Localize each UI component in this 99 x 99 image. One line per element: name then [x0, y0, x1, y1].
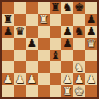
square-e2[interactable]: [50, 73, 62, 85]
black-queen[interactable]: ♛: [15, 26, 25, 37]
square-f6[interactable]: ♟: [61, 26, 73, 38]
square-g1[interactable]: ♚: [73, 85, 85, 97]
square-b1[interactable]: [14, 85, 26, 97]
square-d3[interactable]: [38, 61, 50, 73]
square-a8[interactable]: [2, 2, 14, 14]
square-c3[interactable]: [26, 61, 38, 73]
square-h2[interactable]: ♟: [85, 73, 97, 85]
black-pawn[interactable]: ♟: [86, 14, 96, 25]
square-d5[interactable]: [38, 38, 50, 50]
square-a4[interactable]: [2, 50, 14, 62]
square-f5[interactable]: ♟: [61, 38, 73, 50]
black-pawn[interactable]: ♟: [62, 38, 72, 49]
black-knight[interactable]: ♞: [62, 2, 72, 13]
square-c1[interactable]: [26, 85, 38, 97]
black-rook[interactable]: ♜: [3, 14, 13, 25]
square-h4[interactable]: [85, 50, 97, 62]
square-e4[interactable]: ♝: [50, 50, 62, 62]
square-d6[interactable]: [38, 26, 50, 38]
white-king[interactable]: ♚: [74, 86, 84, 97]
white-rook[interactable]: ♜: [62, 86, 72, 97]
square-b8[interactable]: [14, 2, 26, 14]
square-h1[interactable]: [85, 85, 97, 97]
white-pawn[interactable]: ♟: [86, 74, 96, 85]
square-d1[interactable]: [38, 85, 50, 97]
square-d2[interactable]: [38, 73, 50, 85]
black-knight[interactable]: ♞: [74, 26, 84, 37]
square-c7[interactable]: [26, 14, 38, 26]
square-c2[interactable]: ♟: [26, 73, 38, 85]
white-rook[interactable]: ♜: [39, 14, 49, 25]
square-d4[interactable]: [38, 50, 50, 62]
square-d7[interactable]: ♜: [38, 14, 50, 26]
square-e8[interactable]: ♜: [50, 2, 62, 14]
square-f7[interactable]: [61, 14, 73, 26]
square-c4[interactable]: [26, 50, 38, 62]
square-g6[interactable]: ♞: [73, 26, 85, 38]
square-d8[interactable]: [38, 2, 50, 14]
black-rook[interactable]: ♜: [51, 2, 61, 13]
square-a6[interactable]: ♟: [2, 26, 14, 38]
chess-board: ♜♞♚♜♜♟♟♛♟♞♟♟♟♛♝♞♟♟♟♟♟♟♜♚: [0, 0, 99, 99]
white-knight[interactable]: ♞: [74, 62, 84, 73]
square-c5[interactable]: ♟: [26, 38, 38, 50]
black-pawn[interactable]: ♟: [62, 26, 72, 37]
square-g8[interactable]: ♚: [73, 2, 85, 14]
white-queen[interactable]: ♛: [86, 38, 96, 49]
square-e1[interactable]: [50, 85, 62, 97]
square-f8[interactable]: ♞: [61, 2, 73, 14]
square-g5[interactable]: [73, 38, 85, 50]
square-a1[interactable]: [2, 85, 14, 97]
white-pawn[interactable]: ♟: [27, 74, 37, 85]
square-h7[interactable]: ♟: [85, 14, 97, 26]
square-g7[interactable]: [73, 14, 85, 26]
square-e6[interactable]: [50, 26, 62, 38]
square-h8[interactable]: [85, 2, 97, 14]
square-g2[interactable]: ♟: [73, 73, 85, 85]
white-pawn[interactable]: ♟: [15, 74, 25, 85]
black-king[interactable]: ♚: [74, 2, 84, 13]
square-b4[interactable]: [14, 50, 26, 62]
square-b5[interactable]: [14, 38, 26, 50]
square-c8[interactable]: [26, 2, 38, 14]
square-h3[interactable]: [85, 61, 97, 73]
white-pawn[interactable]: ♟: [3, 74, 13, 85]
square-a2[interactable]: ♟: [2, 73, 14, 85]
square-h6[interactable]: ♟: [85, 26, 97, 38]
square-g4[interactable]: [73, 50, 85, 62]
square-b7[interactable]: [14, 14, 26, 26]
square-e7[interactable]: [50, 14, 62, 26]
black-pawn[interactable]: ♟: [27, 38, 37, 49]
square-f2[interactable]: ♟: [61, 73, 73, 85]
square-f3[interactable]: [61, 61, 73, 73]
square-e3[interactable]: [50, 61, 62, 73]
white-pawn[interactable]: ♟: [74, 74, 84, 85]
black-pawn[interactable]: ♟: [86, 26, 96, 37]
square-a7[interactable]: ♜: [2, 14, 14, 26]
white-pawn[interactable]: ♟: [62, 74, 72, 85]
square-f1[interactable]: ♜: [61, 85, 73, 97]
square-b3[interactable]: [14, 61, 26, 73]
square-g3[interactable]: ♞: [73, 61, 85, 73]
square-c6[interactable]: [26, 26, 38, 38]
square-a5[interactable]: [2, 38, 14, 50]
square-b2[interactable]: ♟: [14, 73, 26, 85]
black-bishop[interactable]: ♝: [51, 50, 61, 61]
black-pawn[interactable]: ♟: [3, 26, 13, 37]
square-h5[interactable]: ♛: [85, 38, 97, 50]
square-a3[interactable]: [2, 61, 14, 73]
square-f4[interactable]: [61, 50, 73, 62]
square-e5[interactable]: [50, 38, 62, 50]
square-b6[interactable]: ♛: [14, 26, 26, 38]
